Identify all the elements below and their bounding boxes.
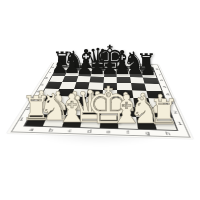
- chess-board: abcdefgh abcdefgh 87654321 87654321: [7, 62, 192, 139]
- coord-label-e: e: [104, 63, 116, 65]
- coord-label-e: e: [98, 128, 118, 135]
- square-f3: [117, 97, 134, 106]
- square-b7: [64, 70, 79, 76]
- square-f6: [116, 76, 130, 82]
- square-c1: [61, 114, 82, 126]
- coord-label-h: h: [156, 130, 178, 137]
- coord-label-g: g: [127, 63, 139, 65]
- square-h2: [150, 107, 171, 118]
- square-h8: [139, 66, 153, 71]
- square-b6: [62, 75, 77, 81]
- square-c6: [75, 76, 90, 82]
- square-d7: [90, 70, 103, 76]
- square-f1: [117, 116, 136, 128]
- square-c3: [68, 96, 86, 105]
- coord-label-a: a: [20, 126, 42, 133]
- square-e4: [101, 89, 116, 97]
- square-d6: [89, 76, 103, 82]
- square-e8: [104, 66, 116, 71]
- coord-label-b: b: [39, 127, 60, 134]
- coord-label-d: d: [78, 128, 98, 135]
- square-h3: [148, 98, 167, 107]
- square-d1: [80, 115, 100, 127]
- square-d8: [91, 65, 104, 70]
- coord-label-a: a: [58, 62, 70, 64]
- square-f5: [116, 82, 131, 89]
- square-c7: [77, 70, 91, 76]
- square-h1: [153, 117, 175, 129]
- square-e2: [100, 105, 118, 115]
- coord-label-d: d: [92, 63, 104, 65]
- square-g7: [128, 71, 142, 77]
- square-g5: [130, 83, 146, 90]
- square-b8: [67, 65, 81, 70]
- coord-label-f: f: [118, 129, 138, 136]
- square-c8: [79, 65, 92, 70]
- chess-set-product-photo: abcdefgh abcdefgh 87654321 87654321 ♜♞♝♛…: [0, 0, 200, 200]
- coord-label-f: f: [116, 63, 128, 65]
- coord-label-h: h: [139, 63, 151, 65]
- square-d3: [84, 96, 101, 105]
- square-g8: [128, 66, 141, 71]
- square-f8: [116, 66, 129, 71]
- square-f2: [117, 106, 135, 116]
- square-h5: [144, 83, 161, 90]
- square-f4: [117, 89, 133, 97]
- square-e7: [103, 71, 116, 77]
- coord-label-g: g: [137, 129, 158, 136]
- square-g4: [131, 90, 148, 98]
- square-e5: [102, 82, 117, 89]
- square-h4: [146, 90, 164, 98]
- square-d5: [88, 82, 103, 89]
- square-c4: [71, 88, 88, 96]
- coord-label-7: 7: [155, 71, 164, 77]
- square-f7: [116, 71, 129, 77]
- square-h6: [142, 77, 158, 83]
- square-e3: [101, 97, 117, 106]
- square-d2: [82, 105, 100, 115]
- square-d4: [86, 89, 102, 97]
- square-c5: [73, 82, 89, 89]
- coord-label-c: c: [59, 127, 80, 134]
- square-h7: [141, 71, 156, 77]
- coord-label-b: b: [69, 62, 81, 64]
- square-e6: [103, 76, 117, 82]
- coord-label-8: 8: [153, 66, 161, 71]
- square-c2: [65, 105, 84, 115]
- square-e1: [99, 115, 118, 127]
- square-g6: [129, 77, 144, 83]
- coord-label-c: c: [81, 62, 93, 64]
